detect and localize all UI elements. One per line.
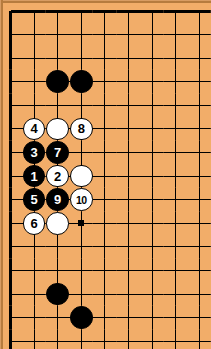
intersection-G12 (140, 164, 164, 188)
intersection-E5 (93, 330, 117, 349)
intersection-J16 (187, 70, 211, 94)
intersection-B12: 1 (22, 164, 46, 188)
intersection-J10 (187, 212, 211, 236)
intersection-J12 (187, 164, 211, 188)
intersection-H10 (164, 212, 188, 236)
stone-black-C7 (46, 283, 69, 306)
stone-number: 1 (30, 170, 37, 183)
stone-white-C10 (46, 212, 69, 235)
stone-white-6-B10: 6 (23, 212, 46, 235)
intersection-H16 (164, 70, 188, 94)
intersection-J14 (187, 117, 211, 141)
intersection-J7 (187, 282, 211, 306)
stone-number: 6 (30, 217, 37, 230)
intersection-A6 (0, 306, 22, 330)
intersection-H6 (164, 306, 188, 330)
intersection-F7 (117, 282, 141, 306)
intersection-H18 (164, 23, 188, 47)
intersection-F17 (117, 46, 141, 70)
intersection-G9 (140, 235, 164, 259)
intersection-F11 (117, 188, 141, 212)
intersection-E10 (93, 212, 117, 236)
intersection-E14 (93, 117, 117, 141)
intersection-D7 (69, 282, 93, 306)
stone-black-5-B11: 5 (23, 188, 46, 211)
intersection-F10 (117, 212, 141, 236)
stone-white-C14 (46, 118, 69, 141)
go-board: 48371259106 (0, 0, 211, 349)
intersection-B11: 5 (22, 188, 46, 212)
intersection-B10: 6 (22, 212, 46, 236)
stone-white-8-D14: 8 (70, 118, 93, 141)
intersection-A15 (0, 94, 22, 118)
intersection-J17 (187, 46, 211, 70)
intersection-B6 (22, 306, 46, 330)
intersection-E17 (93, 46, 117, 70)
intersection-D12 (69, 164, 93, 188)
intersection-J9 (187, 235, 211, 259)
intersection-H19 (164, 0, 188, 23)
intersection-G16 (140, 70, 164, 94)
stone-white-4-B14: 4 (23, 118, 46, 141)
intersection-A8 (0, 259, 22, 283)
intersection-E11 (93, 188, 117, 212)
intersection-G17 (140, 46, 164, 70)
intersection-C14 (46, 117, 70, 141)
intersection-A10 (0, 212, 22, 236)
intersection-B13: 3 (22, 141, 46, 165)
intersection-F8 (117, 259, 141, 283)
intersection-G7 (140, 282, 164, 306)
intersection-J13 (187, 141, 211, 165)
intersection-C7 (46, 282, 70, 306)
intersection-D10 (69, 212, 93, 236)
intersection-G11 (140, 188, 164, 212)
stone-number: 10 (76, 195, 87, 206)
intersection-E12 (93, 164, 117, 188)
intersection-G8 (140, 259, 164, 283)
stone-number: 8 (78, 122, 85, 135)
intersection-A16 (0, 70, 22, 94)
intersection-B15 (22, 94, 46, 118)
intersection-D11: 10 (69, 188, 93, 212)
intersection-D16 (69, 70, 93, 94)
intersection-D15 (69, 94, 93, 118)
intersection-F16 (117, 70, 141, 94)
intersection-D13 (69, 141, 93, 165)
intersection-B18 (22, 23, 46, 47)
intersection-F13 (117, 141, 141, 165)
intersection-J5 (187, 330, 211, 349)
intersection-C17 (46, 46, 70, 70)
intersection-D18 (69, 23, 93, 47)
intersection-C16 (46, 70, 70, 94)
intersection-A13 (0, 141, 22, 165)
intersection-J11 (187, 188, 211, 212)
star-point-marker-D10 (78, 220, 84, 226)
intersection-F12 (117, 164, 141, 188)
stone-black-C16 (46, 70, 69, 93)
intersection-J19 (187, 0, 211, 23)
intersection-E16 (93, 70, 117, 94)
intersection-A12 (0, 164, 22, 188)
intersection-G19 (140, 0, 164, 23)
intersection-D17 (69, 46, 93, 70)
intersection-G5 (140, 330, 164, 349)
stone-black-7-C13: 7 (46, 141, 69, 164)
intersection-C18 (46, 23, 70, 47)
intersection-C13: 7 (46, 141, 70, 165)
intersection-H11 (164, 188, 188, 212)
board-frame-left-edge (0, 0, 3, 349)
intersection-H15 (164, 94, 188, 118)
intersection-A14 (0, 117, 22, 141)
intersection-E9 (93, 235, 117, 259)
intersection-D8 (69, 259, 93, 283)
intersection-B16 (22, 70, 46, 94)
intersection-B5 (22, 330, 46, 349)
intersection-C10 (46, 212, 70, 236)
intersection-H8 (164, 259, 188, 283)
go-diagram: 48371259106 (0, 0, 211, 349)
stone-number: 4 (30, 122, 37, 135)
intersection-J8 (187, 259, 211, 283)
intersection-J18 (187, 23, 211, 47)
intersection-B14: 4 (22, 117, 46, 141)
intersection-J15 (187, 94, 211, 118)
stone-black-9-C11: 9 (46, 188, 69, 211)
intersection-H14 (164, 117, 188, 141)
intersection-F9 (117, 235, 141, 259)
intersection-B8 (22, 259, 46, 283)
intersection-F19 (117, 0, 141, 23)
intersection-A5 (0, 330, 22, 349)
intersection-E6 (93, 306, 117, 330)
stone-white-2-C12: 2 (46, 165, 69, 188)
intersection-E18 (93, 23, 117, 47)
stone-white-D12 (70, 165, 93, 188)
intersection-D5 (69, 330, 93, 349)
intersection-H12 (164, 164, 188, 188)
intersection-G6 (140, 306, 164, 330)
intersection-A11 (0, 188, 22, 212)
intersection-C11: 9 (46, 188, 70, 212)
stone-black-1-B12: 1 (23, 165, 46, 188)
intersection-C8 (46, 259, 70, 283)
intersection-G13 (140, 141, 164, 165)
intersection-G14 (140, 117, 164, 141)
intersection-J6 (187, 306, 211, 330)
intersection-C6 (46, 306, 70, 330)
intersection-G15 (140, 94, 164, 118)
intersection-H5 (164, 330, 188, 349)
stone-black-D6 (70, 306, 93, 329)
intersection-H9 (164, 235, 188, 259)
intersection-G18 (140, 23, 164, 47)
intersection-B17 (22, 46, 46, 70)
intersection-C19 (46, 0, 70, 23)
stone-number: 5 (30, 193, 37, 206)
intersection-A17 (0, 46, 22, 70)
intersection-C12: 2 (46, 164, 70, 188)
intersection-A19 (0, 0, 22, 23)
intersection-D19 (69, 0, 93, 23)
stone-number: 2 (54, 170, 61, 183)
intersection-A9 (0, 235, 22, 259)
board-frame-top-edge (0, 0, 211, 3)
intersection-F5 (117, 330, 141, 349)
intersection-A18 (0, 23, 22, 47)
intersection-E19 (93, 0, 117, 23)
intersection-H17 (164, 46, 188, 70)
stone-number: 7 (54, 146, 61, 159)
stone-number: 3 (30, 146, 37, 159)
intersection-B9 (22, 235, 46, 259)
stone-white-10-D11: 10 (70, 188, 93, 211)
intersection-D14: 8 (69, 117, 93, 141)
intersection-E13 (93, 141, 117, 165)
intersection-H13 (164, 141, 188, 165)
intersection-A7 (0, 282, 22, 306)
intersection-C9 (46, 235, 70, 259)
intersection-D9 (69, 235, 93, 259)
intersection-D6 (69, 306, 93, 330)
intersection-H7 (164, 282, 188, 306)
intersection-F6 (117, 306, 141, 330)
intersection-C15 (46, 94, 70, 118)
intersection-E15 (93, 94, 117, 118)
stone-black-3-B13: 3 (23, 141, 46, 164)
intersection-F18 (117, 23, 141, 47)
intersection-E7 (93, 282, 117, 306)
stone-number: 9 (54, 193, 61, 206)
stone-black-D16 (70, 70, 93, 93)
intersection-C5 (46, 330, 70, 349)
intersection-F14 (117, 117, 141, 141)
intersection-E8 (93, 259, 117, 283)
intersection-G10 (140, 212, 164, 236)
intersection-F15 (117, 94, 141, 118)
intersection-B7 (22, 282, 46, 306)
intersection-B19 (22, 0, 46, 23)
